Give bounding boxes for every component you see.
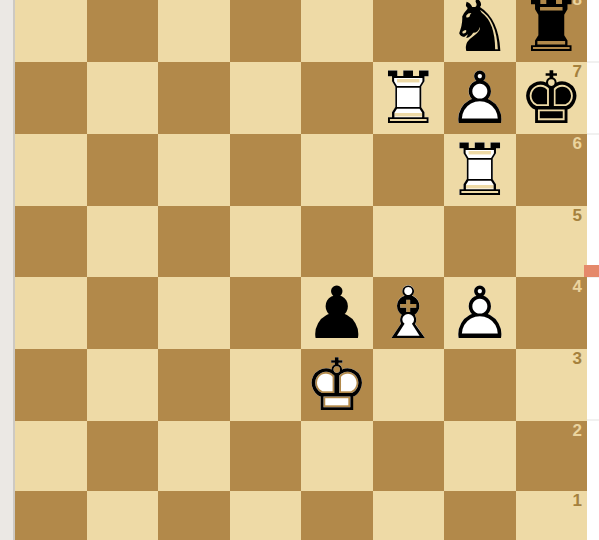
square-c6[interactable] bbox=[158, 134, 230, 206]
square-e7[interactable] bbox=[301, 62, 373, 134]
square-d2[interactable] bbox=[230, 421, 302, 492]
square-d7[interactable] bbox=[230, 62, 302, 134]
white-bishop[interactable]: ♝♗ bbox=[376, 277, 441, 349]
square-c5[interactable] bbox=[158, 206, 230, 277]
left-gutter bbox=[0, 0, 15, 540]
square-c3[interactable] bbox=[158, 349, 230, 421]
square-a5[interactable] bbox=[15, 206, 87, 277]
rank-label-4: 4 bbox=[573, 278, 582, 295]
square-a7[interactable] bbox=[15, 62, 87, 134]
square-b4[interactable] bbox=[87, 277, 159, 349]
square-c4[interactable] bbox=[158, 277, 230, 349]
square-f4[interactable]: ♝♗ bbox=[373, 277, 445, 349]
square-g2[interactable] bbox=[444, 421, 516, 492]
square-e2[interactable] bbox=[301, 421, 373, 492]
white-pawn[interactable]: ♟♙ bbox=[447, 62, 512, 134]
square-e5[interactable] bbox=[301, 206, 373, 277]
rank-label-7: 7 bbox=[573, 63, 582, 80]
square-g1[interactable] bbox=[444, 491, 516, 540]
square-h8[interactable]: ♜8 bbox=[516, 0, 588, 62]
square-c1[interactable] bbox=[158, 491, 230, 540]
square-b5[interactable] bbox=[87, 206, 159, 277]
rank-label-6: 6 bbox=[573, 135, 582, 152]
square-b1[interactable] bbox=[87, 491, 159, 540]
rank-label-5: 5 bbox=[573, 207, 582, 224]
square-g3[interactable] bbox=[444, 349, 516, 421]
square-d4[interactable] bbox=[230, 277, 302, 349]
white-king[interactable]: ♚♔ bbox=[304, 349, 369, 421]
square-f7[interactable]: ♜♖ bbox=[373, 62, 445, 134]
square-g6[interactable]: ♜♖ bbox=[444, 134, 516, 206]
square-a2[interactable] bbox=[15, 421, 87, 492]
square-f2[interactable] bbox=[373, 421, 445, 492]
black-rook[interactable]: ♜ bbox=[519, 0, 584, 62]
square-h6[interactable]: 6 bbox=[516, 134, 588, 206]
square-d5[interactable] bbox=[230, 206, 302, 277]
chess-board[interactable]: ♞♜8♜♖♟♙♚7♜♖65♟♝♗♟♙4♚♔321 bbox=[15, 0, 587, 540]
square-e1[interactable] bbox=[301, 491, 373, 540]
square-e8[interactable] bbox=[301, 0, 373, 62]
white-bishop-outline-glyph: ♗ bbox=[376, 277, 441, 349]
white-pawn-outline-glyph: ♙ bbox=[447, 277, 512, 349]
app-window: ♞♜8♜♖♟♙♚7♜♖65♟♝♗♟♙4♚♔321 bbox=[0, 0, 599, 540]
square-d1[interactable] bbox=[230, 491, 302, 540]
square-a6[interactable] bbox=[15, 134, 87, 206]
white-king-outline-glyph: ♔ bbox=[304, 349, 369, 421]
square-a3[interactable] bbox=[15, 349, 87, 421]
square-b8[interactable] bbox=[87, 0, 159, 62]
square-b2[interactable] bbox=[87, 421, 159, 492]
square-h3[interactable]: 3 bbox=[516, 349, 588, 421]
square-a1[interactable] bbox=[15, 491, 87, 540]
rank-label-2: 2 bbox=[573, 422, 582, 439]
black-knight[interactable]: ♞ bbox=[447, 0, 512, 62]
square-f1[interactable] bbox=[373, 491, 445, 540]
square-f5[interactable] bbox=[373, 206, 445, 277]
square-a4[interactable] bbox=[15, 277, 87, 349]
rank-label-8: 8 bbox=[573, 0, 582, 8]
rank-label-3: 3 bbox=[573, 350, 582, 367]
square-g4[interactable]: ♟♙ bbox=[444, 277, 516, 349]
square-b6[interactable] bbox=[87, 134, 159, 206]
white-rook[interactable]: ♜♖ bbox=[376, 62, 441, 134]
white-rook-outline-glyph: ♖ bbox=[376, 62, 441, 134]
square-g7[interactable]: ♟♙ bbox=[444, 62, 516, 134]
square-e4[interactable]: ♟ bbox=[301, 277, 373, 349]
square-g5[interactable] bbox=[444, 206, 516, 277]
side-panel-highlight-marker bbox=[584, 265, 599, 277]
white-rook[interactable]: ♜♖ bbox=[447, 134, 512, 206]
square-b7[interactable] bbox=[87, 62, 159, 134]
square-d3[interactable] bbox=[230, 349, 302, 421]
square-h7[interactable]: ♚7 bbox=[516, 62, 588, 134]
square-d8[interactable] bbox=[230, 0, 302, 62]
square-g8[interactable]: ♞ bbox=[444, 0, 516, 62]
square-d6[interactable] bbox=[230, 134, 302, 206]
square-c2[interactable] bbox=[158, 421, 230, 492]
square-f8[interactable] bbox=[373, 0, 445, 62]
square-h2[interactable]: 2 bbox=[516, 421, 588, 492]
square-f6[interactable] bbox=[373, 134, 445, 206]
square-h4[interactable]: 4 bbox=[516, 277, 588, 349]
black-pawn[interactable]: ♟ bbox=[304, 277, 369, 349]
white-rook-outline-glyph: ♖ bbox=[447, 134, 512, 206]
square-c8[interactable] bbox=[158, 0, 230, 62]
white-pawn[interactable]: ♟♙ bbox=[447, 277, 512, 349]
square-a8[interactable] bbox=[15, 0, 87, 62]
rank-label-1: 1 bbox=[573, 492, 582, 509]
white-pawn-outline-glyph: ♙ bbox=[447, 62, 512, 134]
square-f3[interactable] bbox=[373, 349, 445, 421]
square-b3[interactable] bbox=[87, 349, 159, 421]
square-h1[interactable]: 1 bbox=[516, 491, 588, 540]
square-c7[interactable] bbox=[158, 62, 230, 134]
square-e3[interactable]: ♚♔ bbox=[301, 349, 373, 421]
square-h5[interactable]: 5 bbox=[516, 206, 588, 277]
square-e6[interactable] bbox=[301, 134, 373, 206]
